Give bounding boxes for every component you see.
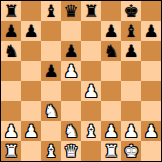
white-knight-piece[interactable]: ♞: [43, 101, 58, 121]
black-rook-piece[interactable]: ♜: [83, 1, 98, 21]
square-c5[interactable]: ♟: [41, 61, 61, 81]
square-c4[interactable]: [41, 81, 61, 101]
square-c1[interactable]: ♝: [41, 141, 61, 161]
square-d3[interactable]: [61, 101, 81, 121]
square-d5[interactable]: ♟: [61, 61, 81, 81]
square-a4[interactable]: [1, 81, 21, 101]
square-a6[interactable]: ♞: [1, 41, 21, 61]
square-h4[interactable]: [141, 81, 161, 101]
white-pawn-piece[interactable]: ♟: [123, 121, 138, 141]
black-knight-piece[interactable]: ♞: [3, 41, 18, 61]
white-bishop-piece[interactable]: ♝: [83, 121, 98, 141]
square-c7[interactable]: [41, 21, 61, 41]
square-e2[interactable]: ♝: [81, 121, 101, 141]
square-b3[interactable]: [21, 101, 41, 121]
square-f6[interactable]: ♞: [101, 41, 121, 61]
square-g8[interactable]: ♚: [121, 1, 141, 21]
square-a7[interactable]: ♟: [1, 21, 21, 41]
black-pawn-piece[interactable]: ♟: [143, 21, 158, 41]
square-g3[interactable]: [121, 101, 141, 121]
square-a5[interactable]: [1, 61, 21, 81]
square-h2[interactable]: ♟: [141, 121, 161, 141]
white-rook-piece[interactable]: ♜: [103, 141, 118, 161]
square-c3[interactable]: ♞: [41, 101, 61, 121]
black-pawn-piece[interactable]: ♟: [43, 61, 58, 81]
square-d4[interactable]: [61, 81, 81, 101]
square-c2[interactable]: [41, 121, 61, 141]
chess-board: ♜♝♛♜♚♟♟♟♝♟♞♟♞♟♟♟♟♞♟♟♞♝♟♟♟♜♝♛♜♚: [0, 0, 162, 162]
square-f4[interactable]: [101, 81, 121, 101]
square-c6[interactable]: [41, 41, 61, 61]
black-king-piece[interactable]: ♚: [123, 1, 138, 21]
square-a1[interactable]: ♜: [1, 141, 21, 161]
square-f7[interactable]: ♟: [101, 21, 121, 41]
square-e6[interactable]: [81, 41, 101, 61]
white-pawn-piece[interactable]: ♟: [23, 121, 38, 141]
white-pawn-piece[interactable]: ♟: [143, 121, 158, 141]
square-d6[interactable]: ♟: [61, 41, 81, 61]
square-b2[interactable]: ♟: [21, 121, 41, 141]
white-queen-piece[interactable]: ♛: [63, 141, 78, 161]
square-h5[interactable]: [141, 61, 161, 81]
square-c8[interactable]: ♝: [41, 1, 61, 21]
square-h8[interactable]: [141, 1, 161, 21]
black-pawn-piece[interactable]: ♟: [103, 21, 118, 41]
square-g5[interactable]: [121, 61, 141, 81]
square-b1[interactable]: [21, 141, 41, 161]
square-b7[interactable]: ♟: [21, 21, 41, 41]
black-pawn-piece[interactable]: ♟: [63, 41, 78, 61]
square-d2[interactable]: ♞: [61, 121, 81, 141]
square-g1[interactable]: ♚: [121, 141, 141, 161]
square-b6[interactable]: [21, 41, 41, 61]
square-b5[interactable]: [21, 61, 41, 81]
square-a8[interactable]: ♜: [1, 1, 21, 21]
square-g2[interactable]: ♟: [121, 121, 141, 141]
white-king-piece[interactable]: ♚: [123, 141, 138, 161]
white-pawn-piece[interactable]: ♟: [3, 121, 18, 141]
black-pawn-piece[interactable]: ♟: [123, 41, 138, 61]
black-knight-piece[interactable]: ♞: [103, 41, 118, 61]
square-h3[interactable]: [141, 101, 161, 121]
square-g7[interactable]: ♝: [121, 21, 141, 41]
square-e8[interactable]: ♜: [81, 1, 101, 21]
square-f8[interactable]: [101, 1, 121, 21]
square-f5[interactable]: [101, 61, 121, 81]
square-d1[interactable]: ♛: [61, 141, 81, 161]
white-rook-piece[interactable]: ♜: [3, 141, 18, 161]
black-queen-piece[interactable]: ♛: [63, 1, 78, 21]
white-pawn-piece[interactable]: ♟: [103, 121, 118, 141]
square-h6[interactable]: [141, 41, 161, 61]
white-knight-piece[interactable]: ♞: [63, 121, 78, 141]
square-a2[interactable]: ♟: [1, 121, 21, 141]
black-bishop-piece[interactable]: ♝: [123, 21, 138, 41]
square-d8[interactable]: ♛: [61, 1, 81, 21]
black-pawn-piece[interactable]: ♟: [23, 21, 38, 41]
square-f3[interactable]: [101, 101, 121, 121]
white-bishop-piece[interactable]: ♝: [43, 141, 58, 161]
square-h7[interactable]: ♟: [141, 21, 161, 41]
square-b4[interactable]: [21, 81, 41, 101]
square-e5[interactable]: [81, 61, 101, 81]
square-e3[interactable]: [81, 101, 101, 121]
square-h1[interactable]: [141, 141, 161, 161]
square-g6[interactable]: ♟: [121, 41, 141, 61]
white-pawn-piece[interactable]: ♟: [63, 61, 78, 81]
square-e1[interactable]: [81, 141, 101, 161]
square-a3[interactable]: [1, 101, 21, 121]
square-f2[interactable]: ♟: [101, 121, 121, 141]
square-e7[interactable]: [81, 21, 101, 41]
square-e4[interactable]: ♟: [81, 81, 101, 101]
square-d7[interactable]: [61, 21, 81, 41]
black-bishop-piece[interactable]: ♝: [43, 1, 58, 21]
black-pawn-piece[interactable]: ♟: [3, 21, 18, 41]
black-rook-piece[interactable]: ♜: [3, 1, 18, 21]
square-f1[interactable]: ♜: [101, 141, 121, 161]
square-b8[interactable]: [21, 1, 41, 21]
white-pawn-piece[interactable]: ♟: [83, 81, 98, 101]
square-g4[interactable]: [121, 81, 141, 101]
